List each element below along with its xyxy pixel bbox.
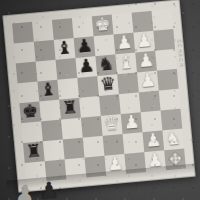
white-pawn[interactable]: ♟ — [121, 110, 143, 132]
white-knight[interactable]: ♞ — [162, 127, 184, 149]
square-f6[interactable] — [56, 58, 78, 80]
black-king[interactable]: ♚ — [19, 99, 41, 121]
black-bishop[interactable]: ♝ — [37, 78, 59, 100]
square-d6[interactable]: ♜ — [59, 98, 81, 120]
square-e7[interactable]: ♝ — [37, 80, 59, 102]
square-b1[interactable]: ♞ — [162, 129, 184, 151]
square-e4[interactable]: ♛ — [97, 74, 119, 96]
square-f8[interactable] — [16, 62, 38, 84]
captured-piece-dark: ♟ — [38, 180, 61, 200]
white-pawn[interactable]: ♟ — [135, 49, 157, 71]
square-h4[interactable]: ♚ — [92, 15, 114, 37]
square-d8[interactable]: ♚ — [19, 101, 41, 123]
square-e2[interactable]: ♟ — [137, 71, 159, 93]
square-d2[interactable] — [139, 91, 161, 113]
white-bishop[interactable]: ♝ — [115, 51, 137, 73]
white-pawn[interactable]: ♟ — [137, 69, 159, 91]
square-g1[interactable] — [153, 29, 175, 51]
square-e1[interactable] — [157, 69, 179, 91]
black-rook[interactable]: ♜ — [59, 96, 81, 118]
square-b3[interactable] — [123, 132, 145, 154]
black-pawn[interactable]: ♟ — [75, 54, 97, 76]
square-d5[interactable] — [79, 96, 101, 118]
square-d1[interactable] — [159, 89, 181, 111]
square-h1[interactable] — [152, 9, 174, 31]
white-pawn[interactable]: ♟ — [113, 31, 135, 53]
square-b5[interactable] — [83, 136, 105, 158]
square-d7[interactable] — [39, 100, 61, 122]
square-h7[interactable] — [32, 20, 54, 42]
white-pawn[interactable]: ♟ — [133, 29, 155, 51]
board-edge-brand-text: SCHACH — [176, 39, 184, 68]
black-bishop[interactable]: ♝ — [54, 36, 76, 58]
square-g7[interactable] — [34, 40, 56, 62]
white-king[interactable]: ♚ — [92, 13, 114, 35]
captured-piece-light: ♟ — [13, 182, 36, 200]
white-queen[interactable]: ♛ — [101, 112, 123, 134]
square-g6[interactable]: ♝ — [54, 38, 76, 60]
black-rook[interactable]: ♜ — [23, 139, 45, 161]
board-grid: ♚♝♟♟♟♟♞♝♟♝♛♟♚♜♛♟♜♟♞♟♟ — [12, 9, 186, 183]
black-knight[interactable]: ♞ — [95, 52, 117, 74]
square-b6[interactable] — [63, 138, 85, 160]
white-pawn[interactable]: ♟ — [142, 128, 164, 150]
square-f1[interactable] — [155, 49, 177, 71]
square-c5[interactable] — [81, 116, 103, 138]
black-pawn[interactable]: ♟ — [73, 34, 95, 56]
chess-board: ♚♝♟♟♟♟♞♝♟♝♛♟♚♜♛♟♜♟♞♟♟ SCHACH — [2, 0, 195, 193]
square-c4[interactable]: ♛ — [101, 114, 123, 136]
square-h8[interactable] — [12, 22, 34, 44]
square-b8[interactable]: ♜ — [23, 141, 45, 163]
square-c3[interactable]: ♟ — [121, 112, 143, 134]
square-g8[interactable] — [14, 42, 36, 64]
photo-of-chessboard: ♚♝♟♟♟♟♞♝♟♝♛♟♚♜♛♟♜♟♞♟♟ SCHACH ♟ ♟ — [0, 0, 200, 200]
square-c6[interactable] — [61, 118, 83, 140]
square-e3[interactable] — [117, 72, 139, 94]
square-b7[interactable] — [43, 139, 65, 161]
black-queen[interactable]: ♛ — [97, 72, 119, 94]
square-e5[interactable] — [77, 76, 99, 98]
square-f3[interactable]: ♝ — [115, 53, 137, 75]
square-f5[interactable]: ♟ — [75, 56, 97, 78]
square-c7[interactable] — [41, 120, 63, 142]
